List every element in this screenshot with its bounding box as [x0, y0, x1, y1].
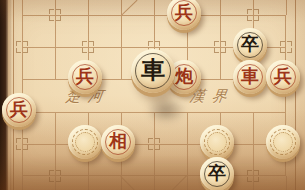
board-line	[187, 176, 188, 190]
palace-diagonal	[121, 0, 137, 16]
point-marker	[16, 41, 28, 53]
point-marker	[16, 138, 28, 150]
piece-ring	[72, 129, 98, 155]
palace-diagonal	[120, 176, 135, 190]
point-marker	[247, 170, 259, 182]
piece-character: 兵	[175, 3, 193, 21]
piece-hidden[interactable]	[266, 125, 300, 159]
piece-hidden[interactable]	[200, 125, 234, 159]
palace-diagonal	[172, 175, 187, 190]
point-marker	[82, 41, 94, 53]
piece-red-soldier[interactable]: 兵	[266, 60, 300, 94]
piece-black-soldier[interactable]: 卒	[233, 28, 267, 62]
board-line	[88, 0, 89, 15]
piece-ring	[270, 129, 296, 155]
point-marker	[49, 9, 61, 21]
piece-red-soldier[interactable]: 兵	[2, 93, 36, 127]
point-marker	[280, 41, 292, 53]
board-line	[154, 176, 155, 190]
xiangqi-board: 楚河 漢界 兵卒兵車炮車兵兵相卒	[0, 0, 305, 190]
piece-ring	[204, 129, 230, 155]
board-line	[22, 176, 23, 190]
piece-red-soldier[interactable]: 兵	[68, 60, 102, 94]
board-border-right	[295, 0, 296, 190]
piece-character: 兵	[76, 67, 94, 85]
board-line	[286, 0, 287, 15]
piece-red-chariot[interactable]: 車	[233, 60, 267, 94]
piece-character: 相	[109, 132, 127, 150]
piece-character: 兵	[10, 100, 28, 118]
board-line	[22, 0, 23, 15]
piece-character: 卒	[241, 35, 259, 53]
point-marker	[214, 41, 226, 53]
piece-black-chariot-selected[interactable]: 車	[131, 49, 175, 93]
point-marker	[148, 138, 160, 150]
piece-character: 卒	[208, 164, 226, 182]
board-line	[220, 0, 221, 15]
point-marker	[247, 9, 259, 21]
piece-hidden[interactable]	[68, 125, 102, 159]
lifted-piece-shadow	[145, 96, 187, 124]
board-line	[286, 176, 287, 190]
board-line	[88, 176, 89, 190]
piece-character: 兵	[274, 67, 292, 85]
point-marker	[49, 170, 61, 182]
piece-character: 炮	[175, 67, 193, 85]
piece-character: 車	[141, 58, 165, 82]
board-line	[154, 0, 155, 15]
piece-red-elephant[interactable]: 相	[101, 125, 135, 159]
piece-black-soldier[interactable]: 卒	[200, 157, 234, 190]
piece-character: 車	[241, 67, 259, 85]
